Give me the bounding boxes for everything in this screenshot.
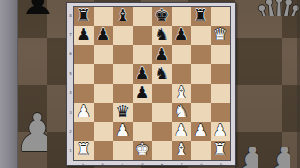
file-label-d: d — [139, 163, 145, 167]
piece-black-bishop: ♝ — [115, 8, 130, 25]
square-a2 — [74, 122, 94, 141]
square-f7: ♟ — [172, 26, 192, 45]
piece-white-pawn: ♟ — [76, 103, 91, 120]
square-g8: ♜ — [191, 7, 211, 26]
square-b2 — [94, 122, 114, 141]
square-h1: ♜ — [211, 141, 231, 160]
square-b3 — [94, 103, 114, 122]
square-b1 — [94, 141, 114, 160]
piece-black-king: ♚ — [154, 8, 169, 25]
piece-black-knight: ♞ — [154, 65, 169, 82]
square-b8 — [94, 7, 114, 26]
file-label-c: c — [120, 163, 126, 167]
chess-board: ♜♝♚♜♟♟♞♟♛♟♟♞♟♝♟♛♞♟♟♟♟♜♚♝♜ — [73, 6, 231, 161]
square-g2: ♟ — [191, 122, 211, 141]
piece-black-pawn: ♟ — [154, 46, 169, 63]
bg-white-pawn-left: ♟ — [13, 112, 47, 154]
square-f6 — [172, 45, 192, 64]
square-a8: ♜ — [74, 7, 94, 26]
piece-black-pawn: ♟ — [174, 27, 189, 44]
square-g4 — [191, 84, 211, 103]
file-label-h: h — [218, 163, 224, 167]
bg-black-pawn-head-right: ♟ — [51, 0, 66, 12]
file-label-f: f — [179, 163, 185, 167]
square-c4 — [113, 84, 133, 103]
file-label-a: a — [80, 163, 86, 167]
square-c2: ♟ — [113, 122, 133, 141]
square-d6 — [133, 45, 153, 64]
file-label-g: g — [199, 163, 205, 167]
square-g1 — [191, 141, 211, 160]
piece-white-rook: ♜ — [213, 142, 228, 159]
piece-black-pawn: ♟ — [96, 27, 111, 44]
piece-black-pawn: ♟ — [76, 27, 91, 44]
square-b5 — [94, 64, 114, 83]
square-d5: ♟ — [133, 64, 153, 83]
square-e5: ♞ — [152, 64, 172, 83]
square-e7: ♞ — [152, 26, 172, 45]
square-h4 — [211, 84, 231, 103]
square-d3 — [133, 103, 153, 122]
square-f3: ♞ — [172, 103, 192, 122]
square-h7: ♛ — [211, 26, 231, 45]
square-f4: ♝ — [172, 84, 192, 103]
bg-white-pawn-bottom-2: ♟ — [262, 147, 290, 168]
white-pawn-icon: ♟ — [263, 147, 290, 168]
square-a4 — [74, 84, 94, 103]
piece-white-pawn: ♟ — [193, 123, 208, 140]
white-pawn-icon: ♟ — [14, 112, 47, 154]
rank-label-6: 6 — [69, 52, 73, 56]
square-c6 — [113, 45, 133, 64]
square-c3: ♛ — [113, 103, 133, 122]
piece-black-rook: ♜ — [76, 8, 91, 25]
left-pillar-strip — [0, 0, 18, 168]
piece-black-queen: ♛ — [115, 103, 130, 120]
file-label-e: e — [159, 163, 165, 167]
piece-black-pawn: ♟ — [135, 84, 150, 101]
square-a7: ♟ — [74, 26, 94, 45]
piece-white-queen: ♛ — [213, 27, 228, 44]
square-a6 — [74, 45, 94, 64]
square-e8: ♚ — [152, 7, 172, 26]
chess-diagram: ♜♝♚♜♟♟♞♟♛♟♟♞♟♝♟♛♞♟♟♟♟♜♚♝♜ 87654321abcdef… — [66, 2, 236, 166]
square-h6 — [211, 45, 231, 64]
square-f1: ♝ — [172, 141, 192, 160]
black-pawn-icon: ♟ — [14, 0, 50, 14]
piece-white-pawn: ♟ — [213, 123, 228, 140]
square-g5 — [191, 64, 211, 83]
piece-white-pawn: ♟ — [115, 123, 130, 140]
square-a5 — [74, 64, 94, 83]
piece-white-knight: ♞ — [174, 103, 189, 120]
piece-white-bishop: ♝ — [174, 142, 189, 159]
square-f8 — [172, 7, 192, 26]
piece-black-knight: ♞ — [154, 27, 169, 44]
rank-label-5: 5 — [69, 72, 73, 76]
square-d4: ♟ — [133, 84, 153, 103]
square-e1 — [152, 141, 172, 160]
rank-label-4: 4 — [69, 91, 73, 95]
piece-white-pawn: ♟ — [174, 123, 189, 140]
white-queen-icon: ♛ — [252, 0, 300, 16]
rank-label-7: 7 — [69, 33, 73, 37]
file-label-b: b — [100, 163, 106, 167]
square-h5 — [211, 64, 231, 83]
piece-white-rook: ♜ — [76, 142, 91, 159]
piece-white-bishop: ♝ — [174, 84, 189, 101]
square-h8 — [211, 7, 231, 26]
square-e2 — [152, 122, 172, 141]
rank-label-3: 3 — [69, 111, 73, 115]
square-c5 — [113, 64, 133, 83]
black-pawn-icon: ♟ — [51, 0, 66, 12]
rank-label-8: 8 — [69, 14, 73, 18]
piece-black-pawn: ♟ — [135, 65, 150, 82]
square-f2: ♟ — [172, 122, 192, 141]
square-a1: ♜ — [74, 141, 94, 160]
square-g6 — [191, 45, 211, 64]
rank-label-1: 1 — [69, 149, 73, 153]
square-b6 — [94, 45, 114, 64]
right-edge-strip — [297, 0, 300, 168]
piece-black-rook: ♜ — [193, 8, 208, 25]
square-e4 — [152, 84, 172, 103]
square-h2: ♟ — [211, 122, 231, 141]
square-e6: ♟ — [152, 45, 172, 64]
square-g3 — [191, 103, 211, 122]
square-d8 — [133, 7, 153, 26]
square-c1 — [113, 141, 133, 160]
square-e3 — [152, 103, 172, 122]
square-b7: ♟ — [94, 26, 114, 45]
square-f5 — [172, 64, 192, 83]
square-h3 — [211, 103, 231, 122]
square-d7 — [133, 26, 153, 45]
square-b4 — [94, 84, 114, 103]
square-a3: ♟ — [74, 103, 94, 122]
square-g7 — [191, 26, 211, 45]
bg-black-pawn-head-left: ♟ — [14, 0, 50, 14]
rank-label-2: 2 — [69, 130, 73, 134]
square-c8: ♝ — [113, 7, 133, 26]
bg-white-queen-crown: ♛ — [250, 0, 300, 16]
square-d1: ♚ — [133, 141, 153, 160]
square-d2 — [133, 122, 153, 141]
piece-white-king: ♚ — [135, 142, 150, 159]
square-c7 — [113, 26, 133, 45]
